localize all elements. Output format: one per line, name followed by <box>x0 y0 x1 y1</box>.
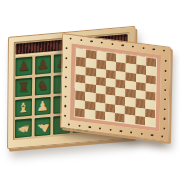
peg-hole <box>64 115 66 117</box>
peg-hole <box>130 131 132 133</box>
chess-piece-bishop: ♝ <box>15 100 31 115</box>
chess-piece-pawn: ♟ <box>33 117 52 136</box>
peg-hole <box>142 47 144 49</box>
felt-compartment: ♟ <box>34 117 50 136</box>
peg-hole <box>165 60 167 62</box>
product-photo: ♟♟♟♜♞♝♟♞♟ <box>0 0 180 180</box>
peg-hole <box>141 133 143 135</box>
chess-piece-knight: ♞ <box>14 119 32 137</box>
chess-piece-pawn: ♟ <box>16 59 32 74</box>
peg-hole <box>111 43 113 45</box>
peg-hole <box>109 129 111 131</box>
peg-hole <box>65 47 67 49</box>
chess-piece-rook: ♜ <box>15 79 31 94</box>
board-square <box>135 115 145 125</box>
board-square <box>115 113 125 123</box>
peg-hole <box>70 37 72 39</box>
peg-hole <box>99 127 101 129</box>
felt-compartment: ♟ <box>35 55 51 74</box>
board-square <box>145 117 155 127</box>
peg-hole <box>163 49 165 51</box>
peg-hole <box>132 45 134 47</box>
board-square <box>105 112 115 122</box>
peg-hole <box>120 130 122 132</box>
peg-hole <box>64 95 66 97</box>
chess-piece-pawn: ♟ <box>35 57 51 72</box>
peg-hole <box>90 40 92 42</box>
peg-hole <box>65 57 67 59</box>
board-square <box>85 109 95 119</box>
board-square <box>75 108 85 118</box>
peg-hole <box>64 86 66 88</box>
felt-compartment: ♟ <box>16 57 32 76</box>
chess-piece-pawn: ♟ <box>34 98 50 113</box>
felt-compartment: ♟ <box>34 96 50 115</box>
peg-hole <box>164 79 166 81</box>
peg-hole <box>164 70 166 72</box>
board-square <box>95 110 105 120</box>
peg-hole <box>164 89 166 91</box>
chessboard-lid <box>60 33 171 142</box>
peg-hole <box>65 76 67 78</box>
felt-compartment: ♞ <box>15 119 31 138</box>
peg-hole <box>163 127 165 129</box>
peg-hole <box>164 108 166 110</box>
chessboard <box>75 49 156 127</box>
felt-compartment: ♜ <box>15 77 31 96</box>
peg-hole <box>164 99 166 101</box>
peg-hole <box>80 39 82 41</box>
board-square <box>125 114 135 124</box>
chess-piece-knight: ♞ <box>34 78 50 93</box>
peg-hole <box>101 41 103 43</box>
peg-hole <box>161 135 163 137</box>
peg-hole <box>122 44 124 46</box>
felt-compartment: ♞ <box>34 76 50 95</box>
peg-hole <box>151 134 153 136</box>
peg-hole <box>64 105 66 107</box>
peg-hole <box>78 125 80 127</box>
board-inner-border <box>70 43 161 131</box>
peg-hole <box>153 48 155 50</box>
peg-hole <box>163 118 165 120</box>
peg-hole <box>65 66 67 68</box>
peg-hole <box>89 126 91 128</box>
felt-compartment: ♝ <box>15 98 31 117</box>
peg-hole <box>68 123 70 125</box>
